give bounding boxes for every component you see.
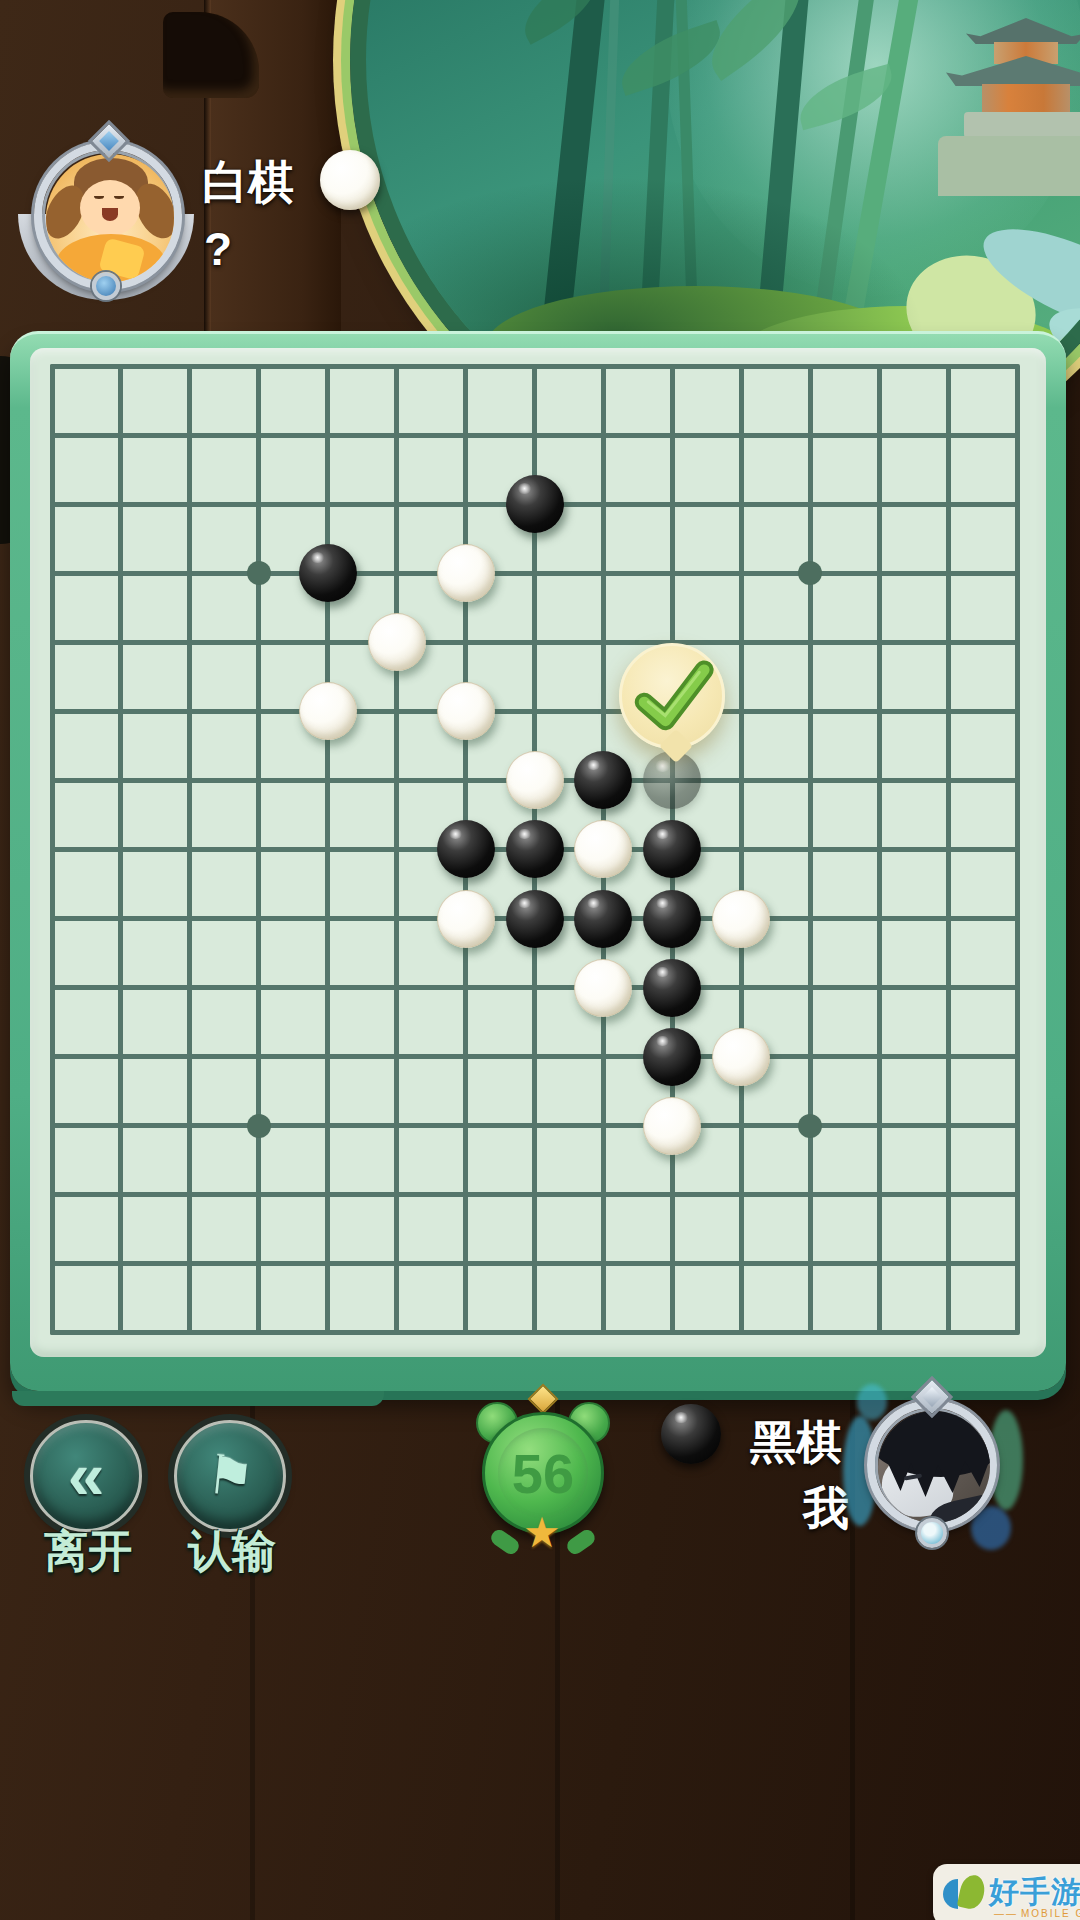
- grid-line-h: [50, 709, 1019, 714]
- grid-line-h: [50, 1123, 1019, 1128]
- stone-white: [437, 682, 495, 740]
- grid-line-h: [50, 640, 1019, 645]
- star-point: [247, 561, 271, 585]
- pagoda-body: [982, 84, 1070, 114]
- confirm-check-icon: [632, 660, 719, 738]
- stone-white: [712, 1028, 770, 1086]
- player-avatar-art: [878, 1411, 990, 1523]
- avatar-bottom-gem: [917, 1518, 947, 1548]
- leave-button-label: 离开: [16, 1522, 160, 1581]
- stone-white: [368, 613, 426, 671]
- grid-line-h: [50, 1192, 1019, 1197]
- watermark-logo-icon: [943, 1879, 958, 1909]
- opponent-chat-bubble: ?: [204, 222, 232, 276]
- star-point: [798, 1114, 822, 1138]
- resign-flag-icon: ⚑: [203, 1442, 258, 1510]
- grid-line-h: [50, 1054, 1019, 1059]
- avatar-glow: [971, 1506, 1011, 1550]
- stone-white: [574, 959, 632, 1017]
- game-screen: 白棋 ? « ⚑ 离开 认输: [0, 0, 1080, 1920]
- timer-value: 56: [512, 1441, 574, 1506]
- watermark-leaf-icon: [957, 1873, 988, 1911]
- resign-button-label: 认输: [160, 1522, 304, 1581]
- board-frame: [10, 331, 1066, 1391]
- grid-line-h: [50, 985, 1019, 990]
- black-stone-icon: [661, 1404, 721, 1464]
- stone-black: [643, 1028, 701, 1086]
- avatar-crest-gem: [99, 131, 119, 151]
- grid-line-h: [50, 433, 1019, 438]
- resign-button[interactable]: ⚑: [174, 1420, 286, 1532]
- leave-button[interactable]: «: [30, 1420, 142, 1532]
- pagoda-base: [964, 112, 1080, 138]
- confirm-move-button[interactable]: [619, 643, 725, 749]
- move-timer-clock: 56 ★: [468, 1388, 618, 1558]
- clock-top-gem: [527, 1383, 558, 1414]
- star-point: [798, 561, 822, 585]
- stone-white: [643, 1097, 701, 1155]
- stone-white: [299, 682, 357, 740]
- avatar-crest-gem: [922, 1387, 942, 1407]
- stone-black: [643, 959, 701, 1017]
- stone-white: [712, 890, 770, 948]
- stone-black: [506, 820, 564, 878]
- star-point: [247, 1114, 271, 1138]
- board-frame-step: [12, 1391, 384, 1406]
- avatar-art-smile: [102, 208, 118, 221]
- clock-foot: [564, 1527, 598, 1557]
- stone-black: [574, 890, 632, 948]
- stone-white: [437, 890, 495, 948]
- opponent-side-label: 白棋: [202, 152, 294, 214]
- clock-face: 56: [498, 1428, 588, 1518]
- player-avatar[interactable]: [851, 1386, 1015, 1550]
- stone-black: [437, 820, 495, 878]
- grid-line-h: [50, 1261, 1019, 1266]
- grid-line-h: [50, 1330, 1019, 1335]
- opponent-avatar[interactable]: [22, 128, 202, 313]
- back-chevrons-icon: «: [68, 1438, 105, 1514]
- board-surface: [30, 348, 1046, 1357]
- avatar-bottom-gem: [92, 272, 120, 300]
- stone-black: [299, 544, 357, 602]
- grid-line-h: [50, 571, 1019, 576]
- avatar-art-eye: [94, 194, 104, 199]
- stone-black: [643, 820, 701, 878]
- board-grid[interactable]: [52, 366, 1017, 1333]
- avatar-glow: [857, 1384, 887, 1420]
- watermark-subtitle: MOBILE GAMES: [991, 1908, 1080, 1919]
- stone-black: [506, 475, 564, 533]
- white-stone-icon: [320, 150, 380, 210]
- grid-line-h: [50, 364, 1019, 369]
- stone-white: [506, 751, 564, 809]
- stone-black: [643, 890, 701, 948]
- opponent-avatar-art: [46, 154, 174, 282]
- avatar-art-eye: [114, 194, 124, 199]
- stone-black: [574, 751, 632, 809]
- watermark-badge: 好手游网 MOBILE GAMES: [933, 1864, 1080, 1920]
- clock-foot: [488, 1527, 522, 1557]
- stone-white: [574, 820, 632, 878]
- stone-white: [437, 544, 495, 602]
- watermark-title: 好手游网: [989, 1872, 1080, 1913]
- stone-black: [506, 890, 564, 948]
- pagoda-platform: [938, 136, 1080, 196]
- clock-star-icon: ★: [523, 1508, 561, 1557]
